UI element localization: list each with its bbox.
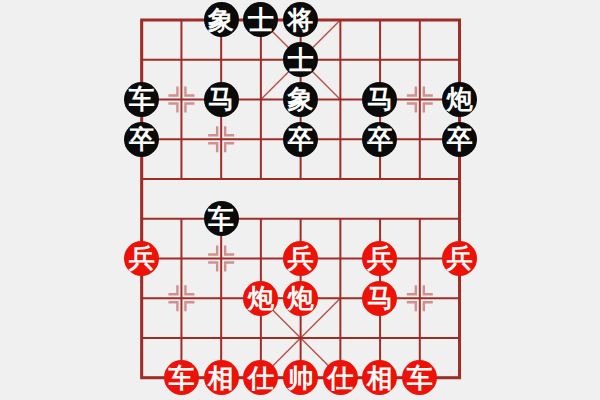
piece-black-advisor[interactable]: 士 — [283, 42, 318, 77]
piece-black-chariot[interactable]: 车 — [124, 82, 159, 117]
piece-black-horse[interactable]: 马 — [362, 82, 397, 117]
piece-red-advisor[interactable]: 仕 — [243, 360, 278, 395]
piece-black-elephant[interactable]: 象 — [204, 2, 239, 37]
piece-black-general[interactable]: 将 — [283, 2, 318, 37]
piece-red-soldier[interactable]: 兵 — [362, 241, 397, 276]
piece-red-soldier[interactable]: 兵 — [283, 241, 318, 276]
piece-red-chariot[interactable]: 车 — [402, 360, 437, 395]
piece-red-chariot[interactable]: 车 — [164, 360, 199, 395]
piece-red-elephant[interactable]: 相 — [204, 360, 239, 395]
piece-black-advisor[interactable]: 士 — [243, 2, 278, 37]
piece-red-elephant[interactable]: 相 — [362, 360, 397, 395]
xiangqi-board: 象士将士车马象马炮卒卒卒卒车兵兵兵兵炮炮马车相仕帅仕相车 — [122, 0, 479, 398]
piece-red-advisor[interactable]: 仕 — [323, 360, 358, 395]
piece-red-horse[interactable]: 马 — [362, 281, 397, 316]
piece-black-soldier[interactable]: 卒 — [362, 122, 397, 157]
piece-black-elephant[interactable]: 象 — [283, 82, 318, 117]
xiangqi-screenshot: 象士将士车马象马炮卒卒卒卒车兵兵兵兵炮炮马车相仕帅仕相车 — [0, 0, 600, 400]
piece-red-soldier[interactable]: 兵 — [124, 241, 159, 276]
piece-black-chariot[interactable]: 车 — [204, 201, 239, 236]
piece-red-soldier[interactable]: 兵 — [442, 241, 477, 276]
piece-red-cannon[interactable]: 炮 — [243, 281, 278, 316]
piece-black-soldier[interactable]: 卒 — [442, 122, 477, 157]
piece-black-soldier[interactable]: 卒 — [124, 122, 159, 157]
piece-black-soldier[interactable]: 卒 — [283, 122, 318, 157]
piece-black-horse[interactable]: 马 — [204, 82, 239, 117]
piece-black-cannon[interactable]: 炮 — [442, 82, 477, 117]
piece-red-general[interactable]: 帅 — [283, 360, 318, 395]
piece-red-cannon[interactable]: 炮 — [283, 281, 318, 316]
